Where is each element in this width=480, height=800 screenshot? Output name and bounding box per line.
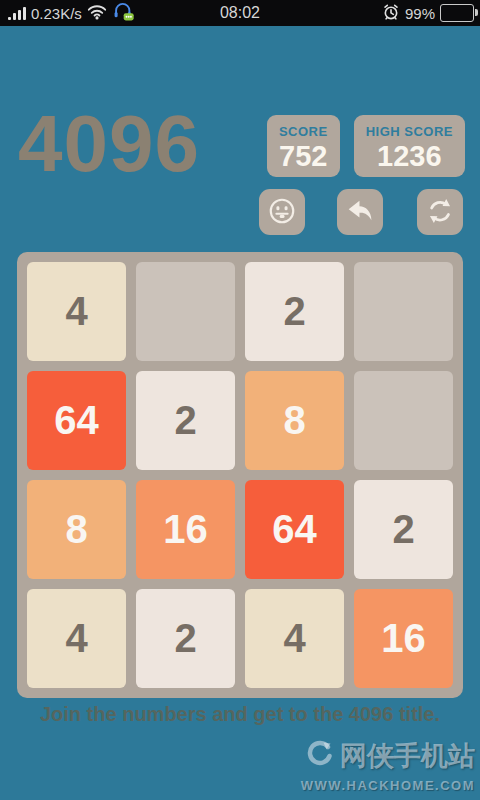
high-score-value: 1236 — [366, 140, 453, 173]
alarm-clock-icon — [382, 3, 400, 24]
emoji-face-icon — [267, 196, 297, 229]
instruction-text: Join the numbers and get to the 4096 tit… — [0, 703, 480, 726]
tile-8: 8 — [27, 480, 126, 579]
score-value: 752 — [279, 140, 328, 173]
tile-2: 2 — [245, 262, 344, 361]
tile-16: 16 — [354, 589, 453, 688]
emoji-face-button[interactable] — [259, 189, 305, 235]
tile-4: 4 — [27, 262, 126, 361]
score-box: SCORE 752 — [267, 115, 340, 177]
tile-64: 64 — [245, 480, 344, 579]
tile-4: 4 — [245, 589, 344, 688]
empty-cell — [136, 262, 235, 361]
game-title: 4096 — [18, 104, 200, 184]
high-score-label: HIGH SCORE — [366, 124, 453, 139]
tile-2: 2 — [136, 371, 235, 470]
score-label: SCORE — [279, 124, 328, 139]
score-panel: SCORE 752 HIGH SCORE 1236 — [267, 115, 465, 177]
battery-icon — [440, 4, 474, 22]
undo-arrow-icon — [346, 199, 374, 226]
app-screen: 0.23K/s — [0, 0, 480, 800]
hackhome-logo-icon — [306, 739, 334, 774]
tile-4: 4 — [27, 589, 126, 688]
empty-cell — [354, 371, 453, 470]
watermark-site-name: 网侠手机站 — [340, 738, 475, 774]
status-bar: 0.23K/s — [0, 0, 480, 26]
tile-2: 2 — [136, 589, 235, 688]
high-score-box: HIGH SCORE 1236 — [354, 115, 465, 177]
tile-8: 8 — [245, 371, 344, 470]
refresh-icon — [425, 196, 455, 229]
tile-16: 16 — [136, 480, 235, 579]
watermark-site-url: WWW.HACKHOME.COM — [301, 778, 475, 793]
game-board[interactable]: 42642881664242416 — [17, 252, 463, 698]
battery-percent: 99% — [405, 5, 435, 22]
watermark: 网侠手机站 WWW.HACKHOME.COM — [301, 738, 475, 793]
undo-button[interactable] — [337, 189, 383, 235]
restart-button[interactable] — [417, 189, 463, 235]
tile-2: 2 — [354, 480, 453, 579]
empty-cell — [354, 262, 453, 361]
tile-64: 64 — [27, 371, 126, 470]
